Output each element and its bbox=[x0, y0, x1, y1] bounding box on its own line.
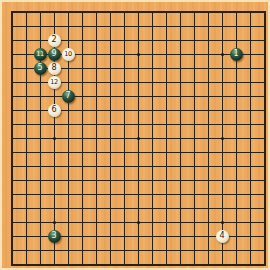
move-number: 10 bbox=[64, 51, 71, 58]
go-board: 123456789101112 bbox=[0, 0, 270, 270]
star-point bbox=[221, 221, 224, 224]
star-point bbox=[137, 53, 140, 56]
stone-black-7-E13[interactable]: 7 bbox=[62, 90, 75, 103]
move-number: 5 bbox=[37, 64, 42, 72]
board-intersections[interactable]: 123456789101112 bbox=[5, 5, 270, 270]
move-number: 2 bbox=[51, 36, 56, 44]
stone-black-5-C15[interactable]: 5 bbox=[34, 62, 47, 75]
stone-black-3-D3[interactable]: 3 bbox=[48, 230, 61, 243]
stone-white-10-E16[interactable]: 10 bbox=[62, 48, 75, 61]
move-number: 6 bbox=[51, 106, 56, 114]
move-number: 7 bbox=[65, 92, 70, 100]
stone-white-6-D12[interactable]: 6 bbox=[48, 104, 61, 117]
star-point bbox=[221, 53, 224, 56]
move-number: 3 bbox=[51, 232, 56, 240]
stone-black-11-C16[interactable]: 11 bbox=[34, 48, 47, 61]
move-number: 4 bbox=[219, 232, 224, 240]
stone-white-8-D15[interactable]: 8 bbox=[48, 62, 61, 75]
move-number: 8 bbox=[51, 64, 56, 72]
stone-white-2-D17[interactable]: 2 bbox=[48, 34, 61, 47]
move-number: 11 bbox=[36, 51, 43, 58]
star-point bbox=[53, 137, 56, 140]
move-number: 1 bbox=[233, 50, 238, 58]
stone-black-1-R16[interactable]: 1 bbox=[230, 48, 243, 61]
star-point bbox=[137, 221, 140, 224]
star-point bbox=[53, 221, 56, 224]
star-point bbox=[137, 137, 140, 140]
move-number: 12 bbox=[50, 79, 57, 86]
stone-white-12-D14[interactable]: 12 bbox=[48, 76, 61, 89]
move-number: 9 bbox=[51, 50, 56, 58]
stone-white-4-Q3[interactable]: 4 bbox=[216, 230, 229, 243]
stone-black-9-D16[interactable]: 9 bbox=[48, 48, 61, 61]
star-point bbox=[221, 137, 224, 140]
